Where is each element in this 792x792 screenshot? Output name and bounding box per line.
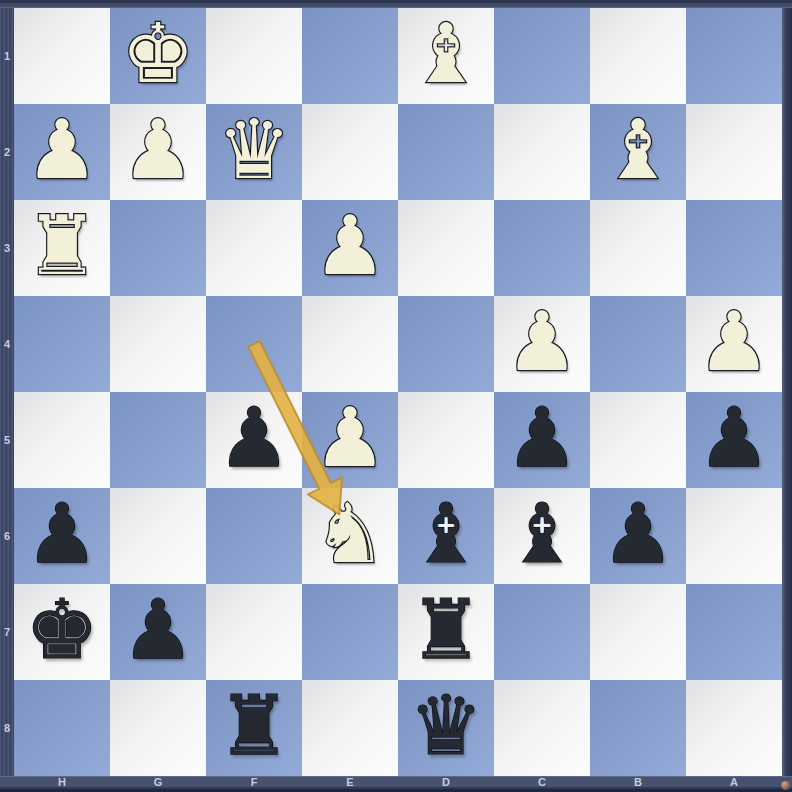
square-c5[interactable]: ♟	[494, 392, 590, 488]
piece-white-pawn-c4[interactable]: ♟	[505, 301, 579, 383]
piece-white-rook-h3[interactable]: ♜	[25, 205, 99, 287]
piece-white-pawn-e3[interactable]: ♟	[313, 205, 387, 287]
square-g3[interactable]	[110, 200, 206, 296]
piece-white-pawn-e5[interactable]: ♟	[313, 397, 387, 479]
frame-top-edge	[0, 0, 792, 8]
square-e5[interactable]: ♟	[302, 392, 398, 488]
file-label-c: C	[494, 776, 590, 788]
square-f5[interactable]: ♟	[206, 392, 302, 488]
square-a3[interactable]	[686, 200, 782, 296]
square-g4[interactable]	[110, 296, 206, 392]
board-frame: 12345678 ♚♝♟♟♛♝♜♟♟♟♟♟♟♟♟♞♝+♝+♟♚♟♜♜♛ HGFE…	[0, 0, 792, 792]
square-h7[interactable]: ♚	[14, 584, 110, 680]
file-labels: HGFEDCBA	[14, 776, 782, 788]
square-d5[interactable]	[398, 392, 494, 488]
rank-label-7: 7	[0, 584, 14, 680]
square-h1[interactable]	[14, 8, 110, 104]
square-a1[interactable]	[686, 8, 782, 104]
piece-black-queen-d8[interactable]: ♛	[409, 685, 483, 767]
piece-black-rook-d7[interactable]: ♜	[409, 589, 483, 671]
rank-label-1: 1	[0, 8, 14, 104]
file-label-d: D	[398, 776, 494, 788]
piece-black-bishop-c6[interactable]: ♝	[505, 493, 579, 575]
file-label-g: G	[110, 776, 206, 788]
rank-label-4: 4	[0, 296, 14, 392]
file-label-e: E	[302, 776, 398, 788]
square-h4[interactable]	[14, 296, 110, 392]
piece-white-king-g1[interactable]: ♚	[121, 13, 195, 95]
square-c8[interactable]	[494, 680, 590, 776]
rank-label-8: 8	[0, 680, 14, 776]
piece-white-queen-f2[interactable]: ♛	[217, 109, 291, 191]
square-a2[interactable]	[686, 104, 782, 200]
square-e8[interactable]	[302, 680, 398, 776]
square-g7[interactable]: ♟	[110, 584, 206, 680]
square-e7[interactable]	[302, 584, 398, 680]
square-c1[interactable]	[494, 8, 590, 104]
square-h3[interactable]: ♜	[14, 200, 110, 296]
square-e1[interactable]	[302, 8, 398, 104]
square-g8[interactable]	[110, 680, 206, 776]
piece-black-bishop-d6[interactable]: ♝	[409, 493, 483, 575]
square-a4[interactable]: ♟	[686, 296, 782, 392]
square-e4[interactable]	[302, 296, 398, 392]
square-b5[interactable]	[590, 392, 686, 488]
square-f4[interactable]	[206, 296, 302, 392]
square-h5[interactable]	[14, 392, 110, 488]
square-f2[interactable]: ♛	[206, 104, 302, 200]
square-g1[interactable]: ♚	[110, 8, 206, 104]
square-c7[interactable]	[494, 584, 590, 680]
square-f6[interactable]	[206, 488, 302, 584]
square-e2[interactable]	[302, 104, 398, 200]
piece-black-pawn-f5[interactable]: ♟	[217, 397, 291, 479]
square-a5[interactable]: ♟	[686, 392, 782, 488]
file-label-f: F	[206, 776, 302, 788]
frame-bottom-edge: HGFEDCBA	[0, 776, 792, 792]
square-d4[interactable]	[398, 296, 494, 392]
rank-label-3: 3	[0, 200, 14, 296]
rank-label-2: 2	[0, 104, 14, 200]
piece-black-pawn-h6[interactable]: ♟	[25, 493, 99, 575]
square-b3[interactable]	[590, 200, 686, 296]
piece-white-knight-e6[interactable]: ♞	[313, 493, 387, 575]
square-e3[interactable]: ♟	[302, 200, 398, 296]
square-d2[interactable]	[398, 104, 494, 200]
piece-black-rook-f8[interactable]: ♜	[217, 685, 291, 767]
square-g6[interactable]	[110, 488, 206, 584]
piece-white-bishop-d1[interactable]: ♝	[409, 13, 483, 95]
rank-label-5: 5	[0, 392, 14, 488]
square-b7[interactable]	[590, 584, 686, 680]
square-g5[interactable]	[110, 392, 206, 488]
piece-black-king-h7[interactable]: ♚	[25, 589, 99, 671]
piece-black-pawn-a5[interactable]: ♟	[697, 397, 771, 479]
frame-right-edge	[782, 8, 792, 776]
square-f3[interactable]	[206, 200, 302, 296]
corner-stud	[781, 781, 790, 790]
board: ♚♝♟♟♛♝♜♟♟♟♟♟♟♟♟♞♝+♝+♟♚♟♜♜♛	[14, 8, 782, 776]
square-b1[interactable]	[590, 8, 686, 104]
square-c2[interactable]	[494, 104, 590, 200]
square-b4[interactable]	[590, 296, 686, 392]
piece-black-pawn-b6[interactable]: ♟	[601, 493, 675, 575]
square-g2[interactable]: ♟	[110, 104, 206, 200]
square-c3[interactable]	[494, 200, 590, 296]
piece-white-bishop-b2[interactable]: ♝	[601, 109, 675, 191]
square-h6[interactable]: ♟	[14, 488, 110, 584]
square-d6[interactable]: ♝+	[398, 488, 494, 584]
square-c4[interactable]: ♟	[494, 296, 590, 392]
piece-white-pawn-g2[interactable]: ♟	[121, 109, 195, 191]
square-d3[interactable]	[398, 200, 494, 296]
piece-black-pawn-c5[interactable]: ♟	[505, 397, 579, 479]
square-b2[interactable]: ♝	[590, 104, 686, 200]
square-b6[interactable]: ♟	[590, 488, 686, 584]
file-label-h: H	[14, 776, 110, 788]
square-a6[interactable]	[686, 488, 782, 584]
rank-label-6: 6	[0, 488, 14, 584]
square-f7[interactable]	[206, 584, 302, 680]
piece-white-pawn-a4[interactable]: ♟	[697, 301, 771, 383]
square-c6[interactable]: ♝+	[494, 488, 590, 584]
square-d8[interactable]: ♛	[398, 680, 494, 776]
file-label-b: B	[590, 776, 686, 788]
square-a7[interactable]	[686, 584, 782, 680]
square-f8[interactable]: ♜	[206, 680, 302, 776]
square-f1[interactable]	[206, 8, 302, 104]
square-e6[interactable]: ♞	[302, 488, 398, 584]
piece-white-pawn-h2[interactable]: ♟	[25, 109, 99, 191]
rank-labels: 12345678	[0, 8, 14, 776]
file-label-a: A	[686, 776, 782, 788]
square-h2[interactable]: ♟	[14, 104, 110, 200]
square-d7[interactable]: ♜	[398, 584, 494, 680]
square-d1[interactable]: ♝	[398, 8, 494, 104]
square-h8[interactable]	[14, 680, 110, 776]
square-a8[interactable]	[686, 680, 782, 776]
square-b8[interactable]	[590, 680, 686, 776]
piece-black-pawn-g7[interactable]: ♟	[121, 589, 195, 671]
